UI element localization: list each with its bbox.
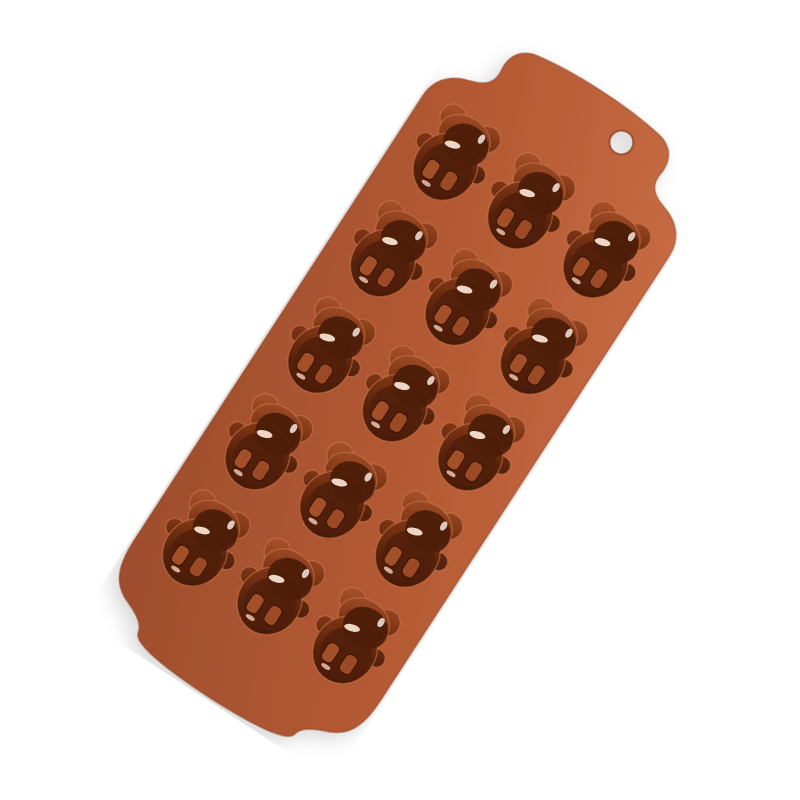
- cavity-grid: [139, 90, 665, 706]
- product-photo: [0, 0, 800, 800]
- silicone-mold: [80, 5, 729, 781]
